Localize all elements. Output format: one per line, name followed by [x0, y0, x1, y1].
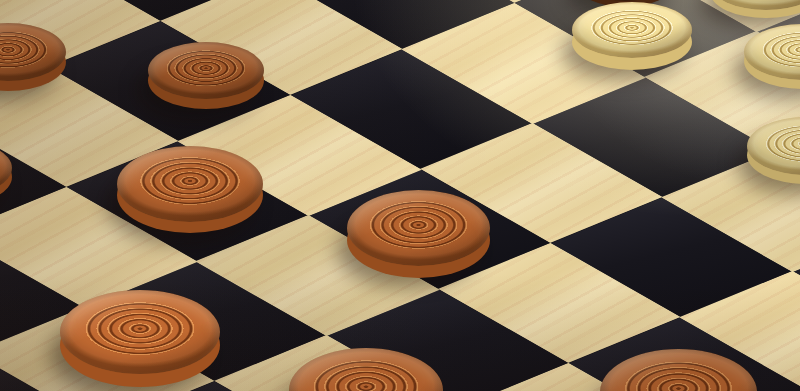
brown-checker[interactable]	[577, 0, 673, 1]
checker-face	[710, 0, 800, 10]
checker-face	[744, 24, 800, 80]
checker-face	[117, 146, 263, 222]
brown-checker[interactable]	[289, 348, 443, 391]
pieces-layer	[0, 0, 800, 391]
cream-checker[interactable]	[710, 0, 800, 10]
checker-face	[0, 140, 12, 196]
checker-face	[289, 348, 443, 391]
checker-face	[600, 349, 757, 391]
checker-face	[0, 23, 66, 81]
brown-checker[interactable]	[117, 146, 263, 222]
brown-checker[interactable]	[148, 42, 264, 99]
checker-face	[572, 2, 692, 58]
cream-checker[interactable]	[747, 117, 800, 175]
brown-checker[interactable]	[600, 349, 757, 391]
checker-face	[347, 190, 490, 266]
brown-checker[interactable]	[60, 290, 220, 374]
cream-checker[interactable]	[744, 24, 800, 80]
cream-checker[interactable]	[572, 2, 692, 58]
brown-checker[interactable]	[347, 190, 490, 266]
brown-checker[interactable]	[0, 23, 66, 81]
checker-face	[60, 290, 220, 374]
checkers-photo-scene	[0, 0, 800, 391]
checker-face	[747, 117, 800, 175]
checker-face	[148, 42, 264, 99]
brown-checker[interactable]	[0, 140, 12, 196]
checker-face	[577, 0, 673, 1]
